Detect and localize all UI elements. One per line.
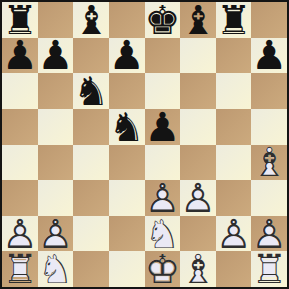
piece-black-knight: ♞ — [73, 73, 109, 109]
piece-white-pawn: ♟ — [145, 180, 181, 216]
piece-white-rook-outline-icon: ♖ — [251, 251, 287, 287]
square-b8[interactable] — [38, 2, 74, 38]
square-c8[interactable]: ♝ — [73, 2, 109, 38]
piece-black-pawn: ♟ — [251, 38, 287, 74]
square-e3[interactable]: ♟♙ — [145, 180, 181, 216]
square-f3[interactable]: ♟♙ — [180, 180, 216, 216]
piece-white-bishop-outline-icon: ♗ — [180, 251, 216, 287]
square-a3[interactable] — [2, 180, 38, 216]
square-c6[interactable]: ♞ — [73, 73, 109, 109]
piece-white-bishop-outline-icon: ♗ — [251, 145, 287, 181]
square-a1[interactable]: ♜♖ — [2, 251, 38, 287]
piece-white-king: ♚ — [145, 251, 181, 287]
piece-white-pawn: ♟ — [180, 180, 216, 216]
square-g6[interactable] — [216, 73, 252, 109]
piece-white-rook: ♜ — [2, 251, 38, 287]
piece-white-bishop: ♝ — [251, 145, 287, 181]
square-b1[interactable]: ♞♘ — [38, 251, 74, 287]
piece-white-bishop: ♝ — [180, 251, 216, 287]
piece-black-bishop: ♝ — [73, 2, 109, 38]
square-a5[interactable] — [2, 109, 38, 145]
piece-black-rook: ♜ — [216, 2, 252, 38]
square-f5[interactable] — [180, 109, 216, 145]
piece-white-pawn-outline-icon: ♙ — [2, 216, 38, 252]
square-e1[interactable]: ♚♔ — [145, 251, 181, 287]
piece-black-pawn: ♟ — [109, 38, 145, 74]
square-h3[interactable] — [251, 180, 287, 216]
square-d6[interactable] — [109, 73, 145, 109]
square-f8[interactable]: ♝ — [180, 2, 216, 38]
piece-black-bishop: ♝ — [180, 2, 216, 38]
square-g1[interactable] — [216, 251, 252, 287]
square-b5[interactable] — [38, 109, 74, 145]
square-e5[interactable]: ♟ — [145, 109, 181, 145]
square-a6[interactable] — [2, 73, 38, 109]
chess-board: ♜♝♚♝♜♟♟♟♟♞♞♟♝♗♟♙♟♙♟♙♟♙♞♘♟♙♟♙♜♖♞♘♚♔♝♗♜♖ — [0, 0, 289, 289]
square-h6[interactable] — [251, 73, 287, 109]
square-a7[interactable]: ♟ — [2, 38, 38, 74]
square-b4[interactable] — [38, 145, 74, 181]
piece-white-pawn-outline-icon: ♙ — [38, 216, 74, 252]
piece-white-rook: ♜ — [251, 251, 287, 287]
square-b3[interactable] — [38, 180, 74, 216]
square-d2[interactable] — [109, 216, 145, 252]
square-g2[interactable]: ♟♙ — [216, 216, 252, 252]
square-b7[interactable]: ♟ — [38, 38, 74, 74]
square-f4[interactable] — [180, 145, 216, 181]
square-c7[interactable] — [73, 38, 109, 74]
piece-white-knight: ♞ — [145, 216, 181, 252]
square-d5[interactable]: ♞ — [109, 109, 145, 145]
square-a2[interactable]: ♟♙ — [2, 216, 38, 252]
square-h5[interactable] — [251, 109, 287, 145]
square-c2[interactable] — [73, 216, 109, 252]
square-f1[interactable]: ♝♗ — [180, 251, 216, 287]
piece-white-pawn-outline-icon: ♙ — [251, 216, 287, 252]
piece-white-pawn: ♟ — [2, 216, 38, 252]
square-b6[interactable] — [38, 73, 74, 109]
square-c1[interactable] — [73, 251, 109, 287]
piece-black-rook: ♜ — [2, 2, 38, 38]
square-a8[interactable]: ♜ — [2, 2, 38, 38]
square-c4[interactable] — [73, 145, 109, 181]
square-f6[interactable] — [180, 73, 216, 109]
square-a4[interactable] — [2, 145, 38, 181]
square-h4[interactable]: ♝♗ — [251, 145, 287, 181]
square-g3[interactable] — [216, 180, 252, 216]
piece-black-knight: ♞ — [109, 109, 145, 145]
square-d4[interactable] — [109, 145, 145, 181]
piece-black-pawn: ♟ — [38, 38, 74, 74]
square-e7[interactable] — [145, 38, 181, 74]
square-b2[interactable]: ♟♙ — [38, 216, 74, 252]
square-e6[interactable] — [145, 73, 181, 109]
square-d7[interactable]: ♟ — [109, 38, 145, 74]
piece-black-pawn: ♟ — [145, 109, 181, 145]
square-d1[interactable] — [109, 251, 145, 287]
square-e8[interactable]: ♚ — [145, 2, 181, 38]
piece-black-pawn: ♟ — [2, 38, 38, 74]
square-f2[interactable] — [180, 216, 216, 252]
square-g5[interactable] — [216, 109, 252, 145]
piece-white-pawn-outline-icon: ♙ — [180, 180, 216, 216]
piece-white-king-outline-icon: ♔ — [145, 251, 181, 287]
piece-white-knight: ♞ — [38, 251, 74, 287]
square-d3[interactable] — [109, 180, 145, 216]
piece-white-pawn-outline-icon: ♙ — [216, 216, 252, 252]
square-e2[interactable]: ♞♘ — [145, 216, 181, 252]
piece-white-knight-outline-icon: ♘ — [38, 251, 74, 287]
square-c3[interactable] — [73, 180, 109, 216]
square-g4[interactable] — [216, 145, 252, 181]
square-h7[interactable]: ♟ — [251, 38, 287, 74]
square-h8[interactable] — [251, 2, 287, 38]
piece-white-pawn-outline-icon: ♙ — [145, 180, 181, 216]
piece-white-pawn: ♟ — [251, 216, 287, 252]
piece-white-knight-outline-icon: ♘ — [145, 216, 181, 252]
piece-white-pawn: ♟ — [216, 216, 252, 252]
square-f7[interactable] — [180, 38, 216, 74]
square-g8[interactable]: ♜ — [216, 2, 252, 38]
piece-black-king: ♚ — [145, 2, 181, 38]
piece-white-rook-outline-icon: ♖ — [2, 251, 38, 287]
piece-white-pawn: ♟ — [38, 216, 74, 252]
square-g7[interactable] — [216, 38, 252, 74]
square-h2[interactable]: ♟♙ — [251, 216, 287, 252]
square-c5[interactable] — [73, 109, 109, 145]
square-h1[interactable]: ♜♖ — [251, 251, 287, 287]
square-d8[interactable] — [109, 2, 145, 38]
square-e4[interactable] — [145, 145, 181, 181]
